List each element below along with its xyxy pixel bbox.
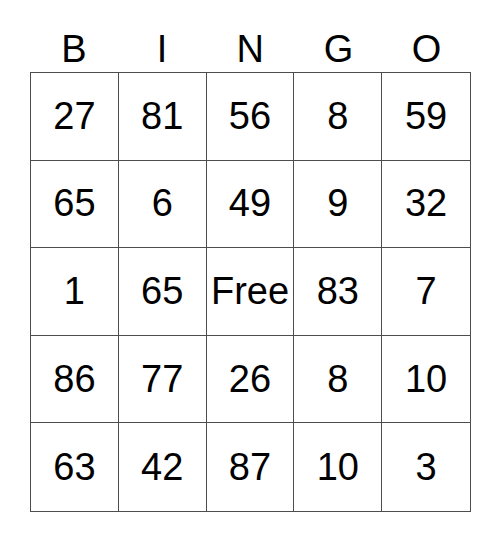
bingo-cell-r2c4[interactable]: 7 (382, 248, 470, 336)
bingo-cell-r0c1[interactable]: 81 (119, 73, 207, 161)
bingo-cell-r3c1[interactable]: 77 (119, 336, 207, 424)
bingo-cell-r3c2[interactable]: 26 (207, 336, 295, 424)
bingo-cell-r4c0[interactable]: 63 (31, 423, 119, 511)
bingo-cell-r3c3[interactable]: 8 (294, 336, 382, 424)
bingo-cell-r1c1[interactable]: 6 (119, 161, 207, 249)
bingo-cell-r4c2[interactable]: 87 (207, 423, 295, 511)
bingo-cell-r0c4[interactable]: 59 (382, 73, 470, 161)
bingo-cell-r1c0[interactable]: 65 (31, 161, 119, 249)
bingo-board: 27 81 56 8 59 65 6 49 9 32 1 65 Free 83 … (30, 72, 471, 512)
bingo-cell-free[interactable]: Free (207, 248, 295, 336)
bingo-cell-r0c3[interactable]: 8 (294, 73, 382, 161)
header-letter-b: B (30, 21, 118, 77)
bingo-cell-r0c2[interactable]: 56 (207, 73, 295, 161)
header-letter-n: N (206, 21, 294, 77)
bingo-cell-r3c4[interactable]: 10 (382, 336, 470, 424)
bingo-cell-r3c0[interactable]: 86 (31, 336, 119, 424)
bingo-cell-r0c0[interactable]: 27 (31, 73, 119, 161)
bingo-cell-r2c3[interactable]: 83 (294, 248, 382, 336)
header-letter-i: I (118, 21, 206, 77)
bingo-cell-r1c2[interactable]: 49 (207, 161, 295, 249)
header-letter-o: O (383, 21, 471, 77)
bingo-card: B I N G O 27 81 56 8 59 65 6 49 9 32 1 6… (0, 0, 500, 544)
bingo-cell-r1c3[interactable]: 9 (294, 161, 382, 249)
bingo-cell-r1c4[interactable]: 32 (382, 161, 470, 249)
bingo-header: B I N G O (30, 21, 471, 77)
bingo-cell-r4c4[interactable]: 3 (382, 423, 470, 511)
bingo-cell-r2c0[interactable]: 1 (31, 248, 119, 336)
header-letter-g: G (295, 21, 383, 77)
bingo-cell-r4c1[interactable]: 42 (119, 423, 207, 511)
bingo-cell-r2c1[interactable]: 65 (119, 248, 207, 336)
bingo-cell-r4c3[interactable]: 10 (294, 423, 382, 511)
